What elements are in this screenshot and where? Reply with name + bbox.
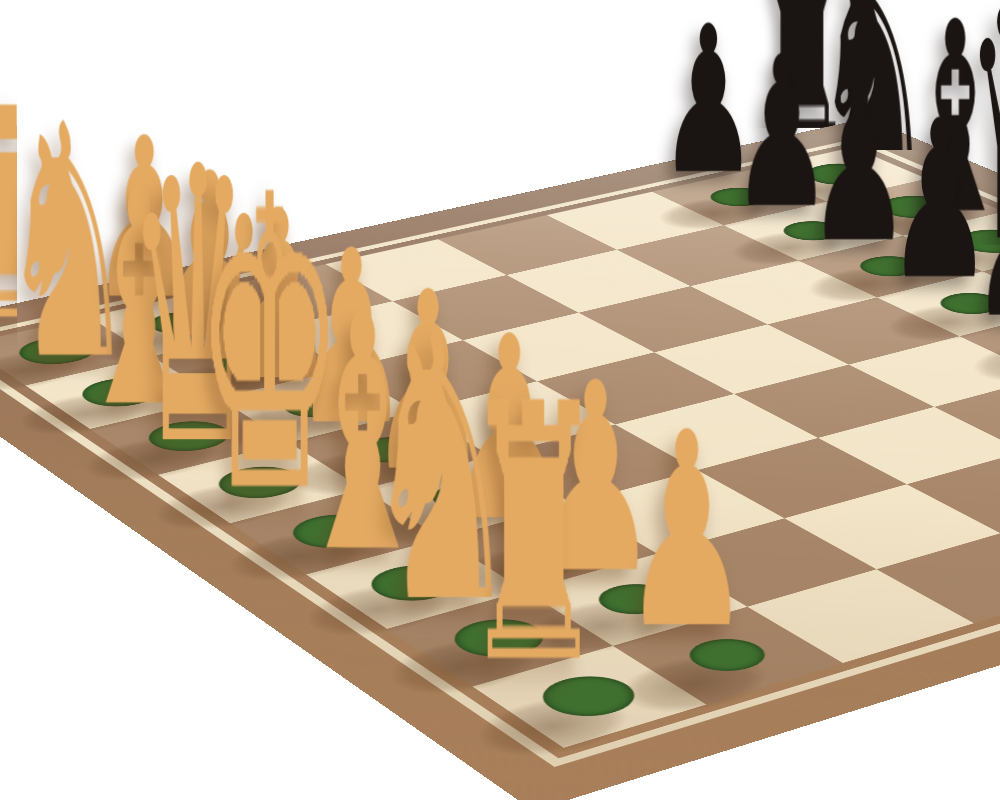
pieces-layer: ♜♞♝♛♚♝♞♜♟♟♟♟♟♟♟♟♜♞♝♛♚♝♞♜♟♟♟♟♟♟♟♟ (0, 118, 1000, 800)
camera: ♜♞♝♛♚♝♞♜♟♟♟♟♟♟♟♟♜♞♝♛♚♝♞♜♟♟♟♟♟♟♟♟ (0, 0, 1000, 800)
white-rook-icon: ♜ (311, 357, 756, 712)
black-pawn-icon: ♟ (928, 162, 1000, 392)
perspective-stretch-wrapper: ♜♞♝♛♚♝♞♜♟♟♟♟♟♟♟♟♜♞♝♛♚♝♞♜♟♟♟♟♟♟♟♟ (0, 0, 1000, 800)
chess-set-photo-scene: ♜♞♝♛♚♝♞♜♟♟♟♟♟♟♟♟♜♞♝♛♚♝♞♜♟♟♟♟♟♟♟♟ (0, 0, 1000, 800)
chess-board: ♜♞♝♛♚♝♞♜♟♟♟♟♟♟♟♟♜♞♝♛♚♝♞♜♟♟♟♟♟♟♟♟ (0, 118, 1000, 800)
